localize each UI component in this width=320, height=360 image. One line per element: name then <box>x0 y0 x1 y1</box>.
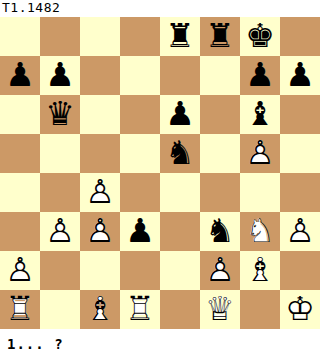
square-h4[interactable] <box>280 173 320 212</box>
piece-black-rook[interactable]: ♜ <box>200 17 240 56</box>
square-c8[interactable] <box>80 17 120 56</box>
square-a6[interactable] <box>0 95 40 134</box>
piece-outline: ♙ <box>240 134 280 173</box>
square-e2[interactable] <box>160 251 200 290</box>
square-c1[interactable]: ♝♗ <box>80 290 120 329</box>
piece-white-rook[interactable]: ♜♖ <box>120 290 160 329</box>
piece-outline: ♙ <box>200 251 240 290</box>
square-f8[interactable]: ♜ <box>200 17 240 56</box>
square-g3[interactable]: ♞♘ <box>240 212 280 251</box>
square-b8[interactable] <box>40 17 80 56</box>
piece-outline: ♘ <box>240 212 280 251</box>
piece-black-pawn[interactable]: ♟ <box>0 56 40 95</box>
square-d5[interactable] <box>120 134 160 173</box>
square-g7[interactable]: ♟ <box>240 56 280 95</box>
square-f4[interactable] <box>200 173 240 212</box>
piece-black-bishop[interactable]: ♝ <box>240 95 280 134</box>
piece-black-pawn[interactable]: ♟ <box>280 56 320 95</box>
square-h1[interactable]: ♚♔ <box>280 290 320 329</box>
piece-black-rook[interactable]: ♜ <box>160 17 200 56</box>
square-f1[interactable]: ♛♕ <box>200 290 240 329</box>
piece-black-knight[interactable]: ♞ <box>160 134 200 173</box>
piece-outline: ♙ <box>280 212 320 251</box>
square-h7[interactable]: ♟ <box>280 56 320 95</box>
square-b4[interactable] <box>40 173 80 212</box>
square-d2[interactable] <box>120 251 160 290</box>
piece-black-pawn[interactable]: ♟ <box>120 212 160 251</box>
square-b1[interactable] <box>40 290 80 329</box>
piece-black-pawn[interactable]: ♟ <box>40 56 80 95</box>
square-g8[interactable]: ♚ <box>240 17 280 56</box>
square-c4[interactable]: ♟♙ <box>80 173 120 212</box>
square-a5[interactable] <box>0 134 40 173</box>
piece-outline: ♗ <box>240 251 280 290</box>
piece-white-pawn[interactable]: ♟♙ <box>80 212 120 251</box>
piece-outline: ♔ <box>280 290 320 329</box>
square-h6[interactable] <box>280 95 320 134</box>
piece-white-pawn[interactable]: ♟♙ <box>0 251 40 290</box>
square-c7[interactable] <box>80 56 120 95</box>
square-g6[interactable]: ♝ <box>240 95 280 134</box>
square-e1[interactable] <box>160 290 200 329</box>
square-f5[interactable] <box>200 134 240 173</box>
square-c2[interactable] <box>80 251 120 290</box>
puzzle-id: T1.1482 <box>0 0 320 17</box>
piece-black-pawn[interactable]: ♟ <box>160 95 200 134</box>
square-e4[interactable] <box>160 173 200 212</box>
piece-outline: ♙ <box>80 212 120 251</box>
square-f2[interactable]: ♟♙ <box>200 251 240 290</box>
piece-outline: ♙ <box>0 251 40 290</box>
square-e7[interactable] <box>160 56 200 95</box>
square-g4[interactable] <box>240 173 280 212</box>
square-d8[interactable] <box>120 17 160 56</box>
piece-black-pawn[interactable]: ♟ <box>240 56 280 95</box>
piece-white-pawn[interactable]: ♟♙ <box>40 212 80 251</box>
piece-black-king[interactable]: ♚ <box>240 17 280 56</box>
square-e6[interactable]: ♟ <box>160 95 200 134</box>
square-a2[interactable]: ♟♙ <box>0 251 40 290</box>
piece-white-king[interactable]: ♚♔ <box>280 290 320 329</box>
square-d1[interactable]: ♜♖ <box>120 290 160 329</box>
square-g2[interactable]: ♝♗ <box>240 251 280 290</box>
piece-outline: ♙ <box>80 173 120 212</box>
square-b2[interactable] <box>40 251 80 290</box>
piece-white-queen[interactable]: ♛♕ <box>200 290 240 329</box>
square-f7[interactable] <box>200 56 240 95</box>
square-c6[interactable] <box>80 95 120 134</box>
square-g1[interactable] <box>240 290 280 329</box>
piece-outline: ♕ <box>200 290 240 329</box>
piece-black-queen[interactable]: ♛ <box>40 95 80 134</box>
piece-outline: ♗ <box>80 290 120 329</box>
piece-white-bishop[interactable]: ♝♗ <box>80 290 120 329</box>
square-b5[interactable] <box>40 134 80 173</box>
square-h8[interactable] <box>280 17 320 56</box>
move-prompt: 1... ? <box>0 329 320 352</box>
piece-black-knight[interactable]: ♞ <box>200 212 240 251</box>
square-e8[interactable]: ♜ <box>160 17 200 56</box>
square-e5[interactable]: ♞ <box>160 134 200 173</box>
square-e3[interactable] <box>160 212 200 251</box>
square-h2[interactable] <box>280 251 320 290</box>
piece-white-pawn[interactable]: ♟♙ <box>240 134 280 173</box>
square-f3[interactable]: ♞ <box>200 212 240 251</box>
square-d7[interactable] <box>120 56 160 95</box>
square-h5[interactable] <box>280 134 320 173</box>
square-g5[interactable]: ♟♙ <box>240 134 280 173</box>
square-f6[interactable] <box>200 95 240 134</box>
square-a3[interactable] <box>0 212 40 251</box>
square-a8[interactable] <box>0 17 40 56</box>
piece-outline: ♖ <box>0 290 40 329</box>
piece-white-knight[interactable]: ♞♘ <box>240 212 280 251</box>
piece-white-rook[interactable]: ♜♖ <box>0 290 40 329</box>
piece-white-pawn[interactable]: ♟♙ <box>280 212 320 251</box>
square-b3[interactable]: ♟♙ <box>40 212 80 251</box>
square-a4[interactable] <box>0 173 40 212</box>
square-c5[interactable] <box>80 134 120 173</box>
piece-white-pawn[interactable]: ♟♙ <box>200 251 240 290</box>
square-c3[interactable]: ♟♙ <box>80 212 120 251</box>
piece-white-pawn[interactable]: ♟♙ <box>80 173 120 212</box>
square-a1[interactable]: ♜♖ <box>0 290 40 329</box>
square-d3[interactable]: ♟ <box>120 212 160 251</box>
square-b6[interactable]: ♛ <box>40 95 80 134</box>
square-a7[interactable]: ♟ <box>0 56 40 95</box>
square-b7[interactable]: ♟ <box>40 56 80 95</box>
piece-outline: ♙ <box>40 212 80 251</box>
piece-white-bishop[interactable]: ♝♗ <box>240 251 280 290</box>
square-d6[interactable] <box>120 95 160 134</box>
chess-board: ♜♜♚♟♟♟♟♛♟♝♞♟♙♟♙♟♙♟♙♟♞♞♘♟♙♟♙♟♙♝♗♜♖♝♗♜♖♛♕♚… <box>0 17 320 329</box>
square-h3[interactable]: ♟♙ <box>280 212 320 251</box>
piece-outline: ♖ <box>120 290 160 329</box>
square-d4[interactable] <box>120 173 160 212</box>
